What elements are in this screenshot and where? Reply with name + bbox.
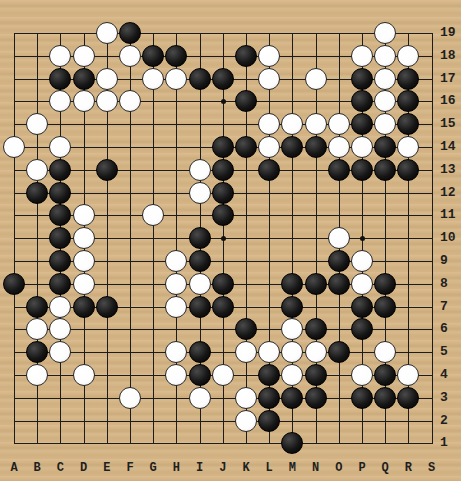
black-stone-R17[interactable] [397,68,419,90]
black-stone-C8[interactable] [49,273,71,295]
white-stone-N15[interactable] [305,113,327,135]
black-stone-I17[interactable] [189,68,211,90]
white-stone-B15[interactable] [26,113,48,135]
white-stone-G11[interactable] [142,204,164,226]
black-stone-L3[interactable] [258,387,280,409]
white-stone-A14[interactable] [3,136,25,158]
white-stone-L17[interactable] [258,68,280,90]
row-label-2: 2 [440,413,461,428]
black-stone-P7[interactable] [351,296,373,318]
black-stone-A8[interactable] [3,273,25,295]
white-stone-E16[interactable] [96,90,118,112]
black-stone-I9[interactable] [189,250,211,272]
white-stone-H5[interactable] [165,341,187,363]
white-stone-O10[interactable] [328,227,350,249]
white-stone-M5[interactable] [281,341,303,363]
row-label-16: 16 [440,93,461,108]
white-stone-D11[interactable] [73,204,95,226]
black-stone-Q4[interactable] [374,364,396,386]
white-stone-D4[interactable] [73,364,95,386]
white-stone-H7[interactable] [165,296,187,318]
black-stone-B12[interactable] [26,182,48,204]
row-label-14: 14 [440,139,461,154]
row-label-13: 13 [440,162,461,177]
black-stone-Q14[interactable] [374,136,396,158]
white-stone-H4[interactable] [165,364,187,386]
white-stone-M6[interactable] [281,318,303,340]
black-stone-C13[interactable] [49,159,71,181]
white-stone-I12[interactable] [189,182,211,204]
row-label-19: 19 [440,25,461,40]
black-stone-M7[interactable] [281,296,303,318]
white-stone-F16[interactable] [119,90,141,112]
black-stone-P6[interactable] [351,318,373,340]
black-stone-E13[interactable] [96,159,118,181]
white-stone-C18[interactable] [49,45,71,67]
black-stone-M14[interactable] [281,136,303,158]
column-label-F: F [120,461,140,475]
white-stone-B4[interactable] [26,364,48,386]
black-stone-N3[interactable] [305,387,327,409]
black-stone-R3[interactable] [397,387,419,409]
black-stone-O13[interactable] [328,159,350,181]
black-stone-C17[interactable] [49,68,71,90]
black-stone-K18[interactable] [235,45,257,67]
row-label-12: 12 [440,185,461,200]
black-stone-L2[interactable] [258,410,280,432]
black-stone-C9[interactable] [49,250,71,272]
black-stone-I4[interactable] [189,364,211,386]
white-stone-Q5[interactable] [374,341,396,363]
column-label-K: K [236,461,256,475]
star-point [360,236,365,241]
row-label-15: 15 [440,116,461,131]
black-stone-J14[interactable] [212,136,234,158]
row-label-7: 7 [440,299,461,314]
black-stone-G18[interactable] [142,45,164,67]
black-stone-C12[interactable] [49,182,71,204]
column-label-J: J [213,461,233,475]
black-stone-P17[interactable] [351,68,373,90]
white-stone-N5[interactable] [305,341,327,363]
black-stone-R13[interactable] [397,159,419,181]
white-stone-K3[interactable] [235,387,257,409]
white-stone-B13[interactable] [26,159,48,181]
row-label-18: 18 [440,48,461,63]
white-stone-P9[interactable] [351,250,373,272]
white-stone-C16[interactable] [49,90,71,112]
white-stone-M15[interactable] [281,113,303,135]
black-stone-B7[interactable] [26,296,48,318]
black-stone-R16[interactable] [397,90,419,112]
white-stone-D8[interactable] [73,273,95,295]
column-label-E: E [97,461,117,475]
black-stone-M8[interactable] [281,273,303,295]
column-label-I: I [190,461,210,475]
star-point [221,236,226,241]
white-stone-D18[interactable] [73,45,95,67]
black-stone-O9[interactable] [328,250,350,272]
black-stone-N4[interactable] [305,364,327,386]
row-label-8: 8 [440,276,461,291]
white-stone-O14[interactable] [328,136,350,158]
white-stone-P8[interactable] [351,273,373,295]
white-stone-H8[interactable] [165,273,187,295]
column-label-S: S [422,461,442,475]
black-stone-J11[interactable] [212,204,234,226]
white-stone-L18[interactable] [258,45,280,67]
black-stone-P15[interactable] [351,113,373,135]
white-stone-B6[interactable] [26,318,48,340]
row-label-1: 1 [440,435,461,450]
white-stone-D16[interactable] [73,90,95,112]
grid-line-vertical [14,33,15,444]
white-stone-E19[interactable] [96,22,118,44]
white-stone-H17[interactable] [165,68,187,90]
row-label-10: 10 [440,230,461,245]
white-stone-R18[interactable] [397,45,419,67]
row-label-4: 4 [440,367,461,382]
black-stone-J8[interactable] [212,273,234,295]
black-stone-K14[interactable] [235,136,257,158]
black-stone-P16[interactable] [351,90,373,112]
white-stone-Q17[interactable] [374,68,396,90]
black-stone-L13[interactable] [258,159,280,181]
column-label-C: C [50,461,70,475]
black-stone-O5[interactable] [328,341,350,363]
row-label-6: 6 [440,321,461,336]
white-stone-K5[interactable] [235,341,257,363]
white-stone-N17[interactable] [305,68,327,90]
column-label-R: R [398,461,418,475]
white-stone-I3[interactable] [189,387,211,409]
white-stone-C6[interactable] [49,318,71,340]
column-label-G: G [143,461,163,475]
white-stone-P18[interactable] [351,45,373,67]
white-stone-I8[interactable] [189,273,211,295]
row-label-9: 9 [440,253,461,268]
black-stone-K16[interactable] [235,90,257,112]
white-stone-J4[interactable] [212,364,234,386]
white-stone-H9[interactable] [165,250,187,272]
row-label-5: 5 [440,344,461,359]
white-stone-O15[interactable] [328,113,350,135]
white-stone-P14[interactable] [351,136,373,158]
column-label-D: D [74,461,94,475]
white-stone-G17[interactable] [142,68,164,90]
column-label-L: L [259,461,279,475]
black-stone-N14[interactable] [305,136,327,158]
black-stone-P13[interactable] [351,159,373,181]
black-stone-C10[interactable] [49,227,71,249]
black-stone-D17[interactable] [73,68,95,90]
black-stone-K6[interactable] [235,318,257,340]
white-stone-Q15[interactable] [374,113,396,135]
grid-line-vertical [153,33,154,444]
black-stone-O8[interactable] [328,273,350,295]
column-label-B: B [27,461,47,475]
white-stone-K2[interactable] [235,410,257,432]
white-stone-I13[interactable] [189,159,211,181]
column-label-N: N [306,461,326,475]
column-label-M: M [282,461,302,475]
white-stone-F18[interactable] [119,45,141,67]
white-stone-Q16[interactable] [374,90,396,112]
black-stone-H18[interactable] [165,45,187,67]
white-stone-F3[interactable] [119,387,141,409]
black-stone-N6[interactable] [305,318,327,340]
column-label-P: P [352,461,372,475]
white-stone-P4[interactable] [351,364,373,386]
black-stone-Q3[interactable] [374,387,396,409]
black-stone-J12[interactable] [212,182,234,204]
black-stone-N8[interactable] [305,273,327,295]
white-stone-C7[interactable] [49,296,71,318]
column-label-O: O [329,461,349,475]
grid-line-vertical [432,33,433,444]
row-label-17: 17 [440,71,461,86]
white-stone-R4[interactable] [397,364,419,386]
black-stone-D7[interactable] [73,296,95,318]
black-stone-J7[interactable] [212,296,234,318]
white-stone-C5[interactable] [49,341,71,363]
white-stone-D9[interactable] [73,250,95,272]
black-stone-E7[interactable] [96,296,118,318]
black-stone-R15[interactable] [397,113,419,135]
white-stone-R14[interactable] [397,136,419,158]
column-label-Q: Q [375,461,395,475]
black-stone-I7[interactable] [189,296,211,318]
column-label-A: A [4,461,24,475]
black-stone-I10[interactable] [189,227,211,249]
black-stone-J17[interactable] [212,68,234,90]
black-stone-M1[interactable] [281,432,303,454]
white-stone-E17[interactable] [96,68,118,90]
black-stone-Q7[interactable] [374,296,396,318]
white-stone-Q19[interactable] [374,22,396,44]
black-stone-L4[interactable] [258,364,280,386]
white-stone-Q18[interactable] [374,45,396,67]
black-stone-Q8[interactable] [374,273,396,295]
black-stone-B5[interactable] [26,341,48,363]
star-point [221,99,226,104]
black-stone-F19[interactable] [119,22,141,44]
black-stone-I5[interactable] [189,341,211,363]
row-label-3: 3 [440,390,461,405]
white-stone-L15[interactable] [258,113,280,135]
black-stone-C11[interactable] [49,204,71,226]
black-stone-Q13[interactable] [374,159,396,181]
white-stone-L14[interactable] [258,136,280,158]
row-label-11: 11 [440,207,461,222]
black-stone-M3[interactable] [281,387,303,409]
white-stone-D10[interactable] [73,227,95,249]
black-stone-P3[interactable] [351,387,373,409]
white-stone-M4[interactable] [281,364,303,386]
column-label-H: H [166,461,186,475]
black-stone-J13[interactable] [212,159,234,181]
go-board: ABCDEFGHIJKLMNOPQRS 19181716151413121110… [0,0,461,481]
white-stone-C14[interactable] [49,136,71,158]
white-stone-L5[interactable] [258,341,280,363]
